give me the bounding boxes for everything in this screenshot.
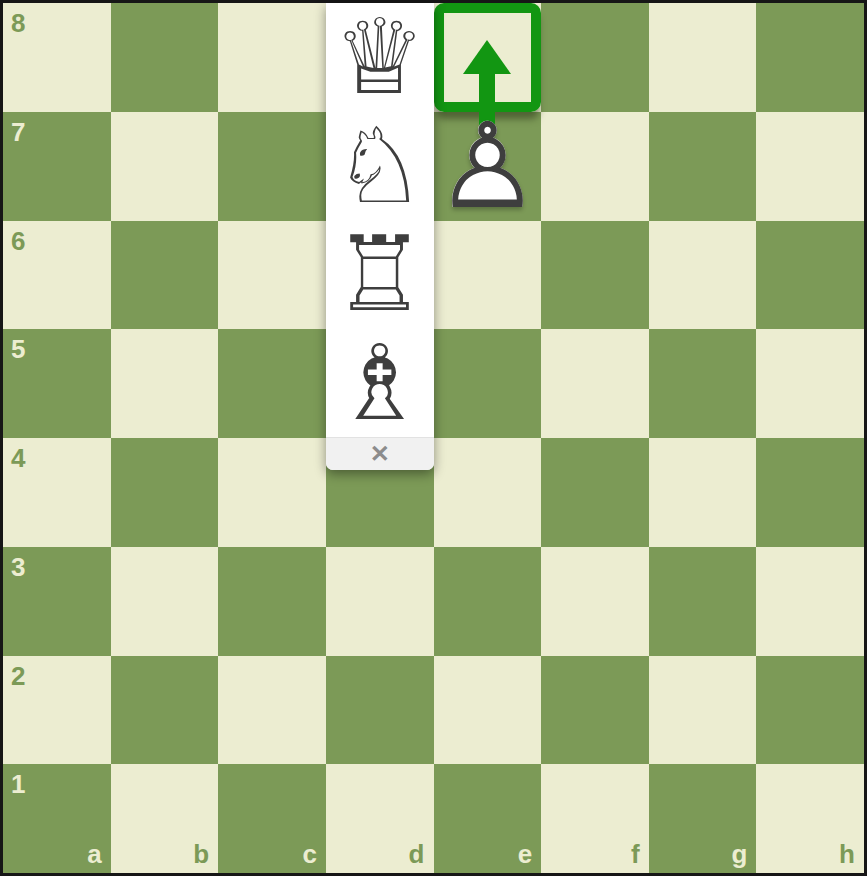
square-h6[interactable]	[756, 221, 864, 330]
white-bishop-icon: ♗	[326, 329, 434, 438]
coord-rank-1: 1	[11, 771, 25, 797]
square-e2[interactable]	[434, 656, 542, 765]
square-b8[interactable]	[111, 3, 219, 112]
square-e7[interactable]	[434, 112, 542, 221]
square-h8[interactable]	[756, 3, 864, 112]
square-h2[interactable]	[756, 656, 864, 765]
promotion-dialog: ♛ ♕ ♞ ♘ ♜ ♖ ♝ ♗ ✕	[326, 3, 434, 470]
square-f3[interactable]	[541, 547, 649, 656]
square-h5[interactable]	[756, 329, 864, 438]
square-f4[interactable]	[541, 438, 649, 547]
white-queen-icon: ♕	[326, 3, 434, 112]
square-b3[interactable]	[111, 547, 219, 656]
coord-file-h: h	[839, 841, 855, 867]
square-e5[interactable]	[434, 329, 542, 438]
square-a6[interactable]: 6	[3, 221, 111, 330]
promotion-choice-queen[interactable]: ♛ ♕	[326, 3, 434, 112]
coord-rank-7: 7	[11, 119, 25, 145]
square-b7[interactable]	[111, 112, 219, 221]
square-g7[interactable]	[649, 112, 757, 221]
square-d2[interactable]	[326, 656, 434, 765]
square-f6[interactable]	[541, 221, 649, 330]
promotion-choice-bishop[interactable]: ♝ ♗	[326, 329, 434, 438]
square-c8[interactable]	[218, 3, 326, 112]
coord-rank-5: 5	[11, 336, 25, 362]
square-d3[interactable]	[326, 547, 434, 656]
square-b5[interactable]	[111, 329, 219, 438]
promotion-choice-rook[interactable]: ♜ ♖	[326, 220, 434, 329]
square-e1[interactable]: e	[434, 764, 542, 873]
coord-file-c: c	[302, 841, 316, 867]
square-b2[interactable]	[111, 656, 219, 765]
square-b4[interactable]	[111, 438, 219, 547]
square-c3[interactable]	[218, 547, 326, 656]
square-f7[interactable]	[541, 112, 649, 221]
square-c5[interactable]	[218, 329, 326, 438]
coord-rank-2: 2	[11, 663, 25, 689]
square-c4[interactable]	[218, 438, 326, 547]
square-g6[interactable]	[649, 221, 757, 330]
square-d1[interactable]: d	[326, 764, 434, 873]
square-c6[interactable]	[218, 221, 326, 330]
square-f2[interactable]	[541, 656, 649, 765]
square-g3[interactable]	[649, 547, 757, 656]
square-g5[interactable]	[649, 329, 757, 438]
square-c2[interactable]	[218, 656, 326, 765]
board: 87654321abcdefgh ♟ ♙ ♛ ♕ ♞ ♘ ♜ ♖	[3, 3, 864, 873]
square-h4[interactable]	[756, 438, 864, 547]
square-a2[interactable]: 2	[3, 656, 111, 765]
square-b6[interactable]	[111, 221, 219, 330]
square-e6[interactable]	[434, 221, 542, 330]
square-a3[interactable]: 3	[3, 547, 111, 656]
coord-rank-6: 6	[11, 228, 25, 254]
square-g1[interactable]: g	[649, 764, 757, 873]
white-knight-icon: ♘	[326, 112, 434, 221]
coord-file-f: f	[631, 841, 640, 867]
close-icon: ✕	[370, 440, 390, 468]
square-a1[interactable]: 1a	[3, 764, 111, 873]
square-a8[interactable]: 8	[3, 3, 111, 112]
square-e3[interactable]	[434, 547, 542, 656]
square-a4[interactable]: 4	[3, 438, 111, 547]
square-c1[interactable]: c	[218, 764, 326, 873]
square-f8[interactable]	[541, 3, 649, 112]
square-h3[interactable]	[756, 547, 864, 656]
coord-rank-4: 4	[11, 445, 25, 471]
white-rook-icon: ♖	[326, 220, 434, 329]
square-h7[interactable]	[756, 112, 864, 221]
coord-file-a: a	[87, 841, 101, 867]
square-g2[interactable]	[649, 656, 757, 765]
square-c7[interactable]	[218, 112, 326, 221]
square-a5[interactable]: 5	[3, 329, 111, 438]
square-g8[interactable]	[649, 3, 757, 112]
coord-rank-8: 8	[11, 10, 25, 36]
square-a7[interactable]: 7	[3, 112, 111, 221]
coord-file-b: b	[193, 841, 209, 867]
square-f1[interactable]: f	[541, 764, 649, 873]
coord-file-d: d	[409, 841, 425, 867]
square-e8[interactable]	[434, 3, 542, 112]
square-f5[interactable]	[541, 329, 649, 438]
square-e4[interactable]	[434, 438, 542, 547]
board-frame: 87654321abcdefgh ♟ ♙ ♛ ♕ ♞ ♘ ♜ ♖	[0, 0, 867, 876]
promotion-choice-knight[interactable]: ♞ ♘	[326, 112, 434, 221]
square-g4[interactable]	[649, 438, 757, 547]
coord-rank-3: 3	[11, 554, 25, 580]
square-h1[interactable]: h	[756, 764, 864, 873]
coord-file-e: e	[518, 841, 532, 867]
coord-file-g: g	[731, 841, 747, 867]
square-b1[interactable]: b	[111, 764, 219, 873]
